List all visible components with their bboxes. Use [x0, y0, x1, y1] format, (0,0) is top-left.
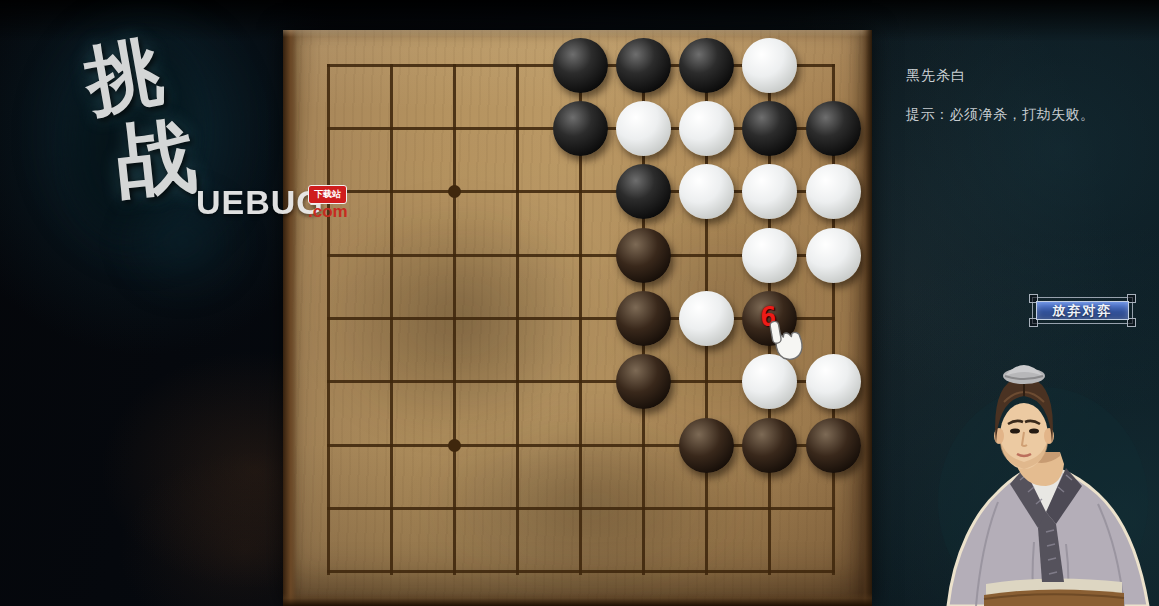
stone-white — [806, 164, 861, 219]
board-edge-left — [283, 30, 297, 606]
stone-white — [742, 38, 797, 93]
stone-white — [806, 354, 861, 409]
last-move-number: 6 — [760, 300, 776, 331]
stone-white — [742, 228, 797, 283]
star-point — [448, 185, 461, 198]
star-point — [448, 439, 461, 452]
stone-white — [806, 228, 861, 283]
character-portrait — [938, 352, 1159, 606]
stone-black — [553, 101, 608, 156]
stone-black — [806, 418, 861, 473]
stone-black — [742, 101, 797, 156]
stone-white — [679, 164, 734, 219]
ink-splash-dark — [39, 12, 225, 266]
stone-black — [806, 101, 861, 156]
stone-black — [679, 38, 734, 93]
game-screen: 挑 战 6 UEBUG 下载站 .com 黑先杀白 提示：必须净杀，打劫失败。 — [0, 0, 1159, 606]
watermark-domain: .com — [308, 202, 348, 222]
grid-line — [327, 507, 835, 510]
go-board[interactable]: 6 — [283, 30, 872, 606]
watermark-brand: UEBUG — [196, 183, 324, 221]
ink-splash — [28, 0, 263, 275]
stone-black — [742, 418, 797, 473]
stone-white — [742, 164, 797, 219]
resign-button-label: 放弃对弈 — [1053, 302, 1113, 320]
board-edge-top — [283, 30, 872, 37]
grid-line — [327, 570, 835, 573]
stone-white — [679, 291, 734, 346]
stone-white — [742, 354, 797, 409]
stone-black — [616, 38, 671, 93]
challenge-char-bottom: 战 — [111, 102, 202, 218]
stone-black — [679, 418, 734, 473]
stone-black — [616, 354, 671, 409]
stone-white — [679, 101, 734, 156]
stone-black: 6 — [742, 291, 797, 346]
stone-black — [616, 164, 671, 219]
puzzle-objective: 黑先杀白 — [906, 67, 966, 85]
watermark: UEBUG 下载站 .com — [196, 183, 366, 223]
challenge-calligraphy: 挑 战 — [0, 0, 300, 320]
puzzle-hint: 提示：必须净杀，打劫失败。 — [906, 106, 1095, 124]
board-edge-right — [862, 30, 872, 606]
board-edge-bottom — [283, 593, 872, 606]
stone-white — [616, 101, 671, 156]
challenge-char-top: 挑 — [78, 20, 171, 135]
resign-button-plaque: 放弃对弈 — [1036, 301, 1129, 320]
resign-button[interactable]: 放弃对弈 — [1032, 297, 1133, 324]
stone-black — [553, 38, 608, 93]
stone-black — [616, 228, 671, 283]
stone-black — [616, 291, 671, 346]
